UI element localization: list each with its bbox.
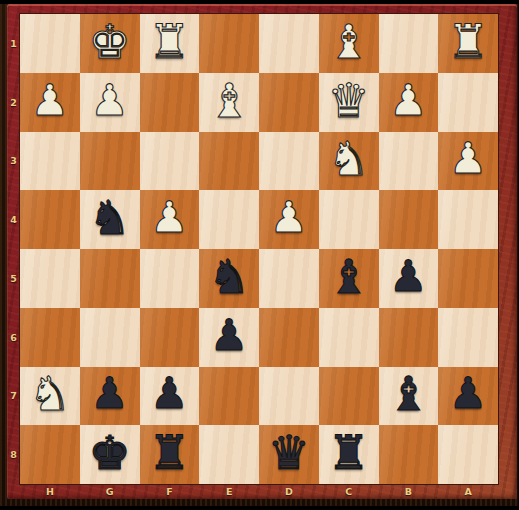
square-b1[interactable] [379, 14, 439, 73]
white-pawn-piece: ♟ [270, 196, 309, 239]
square-f5[interactable] [140, 249, 200, 308]
black-knight-piece: ♞ [208, 253, 250, 300]
rank-label-1: 1 [7, 14, 20, 73]
square-h1[interactable] [20, 14, 80, 73]
square-g6[interactable] [80, 308, 140, 367]
square-a3[interactable]: ♟ [438, 132, 498, 191]
square-h4[interactable] [20, 190, 80, 249]
white-knight-piece: ♞ [29, 370, 71, 417]
square-d2[interactable] [259, 73, 319, 132]
square-e6[interactable]: ♟ [199, 308, 259, 367]
rank-labels: 12345678 [7, 14, 20, 484]
square-e3[interactable] [199, 132, 259, 191]
square-a2[interactable] [438, 73, 498, 132]
white-pawn-piece: ♟ [90, 79, 129, 122]
square-h2[interactable]: ♟ [20, 73, 80, 132]
square-g7[interactable]: ♟ [80, 367, 140, 426]
square-g1[interactable]: ♚ [80, 14, 140, 73]
black-pawn-piece: ♟ [389, 255, 428, 298]
white-queen-piece: ♛ [328, 77, 370, 124]
square-f6[interactable] [140, 308, 200, 367]
square-a5[interactable] [438, 249, 498, 308]
black-bishop-piece: ♝ [328, 253, 370, 300]
square-b4[interactable] [379, 190, 439, 249]
black-rook-piece: ♜ [328, 429, 370, 476]
square-f1[interactable]: ♜ [140, 14, 200, 73]
square-c3[interactable]: ♞ [319, 132, 379, 191]
square-f3[interactable] [140, 132, 200, 191]
chess-board: ♚♜♝♜♟♟♝♛♟♞♟♞♟♟♞♝♟♟♞♟♟♝♟♚♜♛♜ [20, 14, 498, 484]
square-a7[interactable]: ♟ [438, 367, 498, 426]
square-c6[interactable] [319, 308, 379, 367]
white-knight-piece: ♞ [328, 135, 370, 182]
black-rook-piece: ♜ [148, 429, 190, 476]
square-a1[interactable]: ♜ [438, 14, 498, 73]
black-king-piece: ♚ [89, 429, 131, 476]
square-b2[interactable]: ♟ [379, 73, 439, 132]
square-h8[interactable] [20, 425, 80, 484]
square-e2[interactable]: ♝ [199, 73, 259, 132]
rank-label-7: 7 [7, 367, 20, 426]
black-pawn-piece: ♟ [449, 372, 488, 415]
white-king-piece: ♚ [89, 18, 131, 65]
black-pawn-piece: ♟ [150, 372, 189, 415]
square-e4[interactable] [199, 190, 259, 249]
square-a4[interactable] [438, 190, 498, 249]
square-d1[interactable] [259, 14, 319, 73]
square-b6[interactable] [379, 308, 439, 367]
square-f4[interactable]: ♟ [140, 190, 200, 249]
square-g5[interactable] [80, 249, 140, 308]
square-b5[interactable]: ♟ [379, 249, 439, 308]
file-label-e: E [199, 484, 259, 499]
black-queen-piece: ♛ [268, 429, 310, 476]
square-c4[interactable] [319, 190, 379, 249]
black-knight-piece: ♞ [89, 194, 131, 241]
square-d6[interactable] [259, 308, 319, 367]
square-d7[interactable] [259, 367, 319, 426]
file-label-h: H [20, 484, 80, 499]
square-a8[interactable] [438, 425, 498, 484]
square-d3[interactable] [259, 132, 319, 191]
square-b8[interactable] [379, 425, 439, 484]
square-h6[interactable] [20, 308, 80, 367]
black-bishop-piece: ♝ [387, 370, 429, 417]
file-label-g: G [80, 484, 140, 499]
square-c8[interactable]: ♜ [319, 425, 379, 484]
square-a6[interactable] [438, 308, 498, 367]
white-pawn-piece: ♟ [150, 196, 189, 239]
square-b7[interactable]: ♝ [379, 367, 439, 426]
rank-label-5: 5 [7, 249, 20, 308]
square-c2[interactable]: ♛ [319, 73, 379, 132]
file-labels: HGFEDCBA [20, 484, 498, 499]
white-bishop-piece: ♝ [208, 77, 250, 124]
rank-label-8: 8 [7, 425, 20, 484]
square-c1[interactable]: ♝ [319, 14, 379, 73]
rank-label-6: 6 [7, 308, 20, 367]
square-g4[interactable]: ♞ [80, 190, 140, 249]
rank-label-3: 3 [7, 132, 20, 191]
square-e7[interactable] [199, 367, 259, 426]
white-rook-piece: ♜ [447, 18, 489, 65]
square-d8[interactable]: ♛ [259, 425, 319, 484]
square-c5[interactable]: ♝ [319, 249, 379, 308]
square-f7[interactable]: ♟ [140, 367, 200, 426]
file-label-a: A [438, 484, 498, 499]
chess-app-screenshot: 12345678 HGFEDCBA ♚♜♝♜♟♟♝♛♟♞♟♞♟♟♞♝♟♟♞♟♟♝… [0, 0, 519, 510]
square-g8[interactable]: ♚ [80, 425, 140, 484]
file-label-c: C [319, 484, 379, 499]
white-rook-piece: ♜ [148, 18, 190, 65]
square-f8[interactable]: ♜ [140, 425, 200, 484]
file-label-d: D [259, 484, 319, 499]
black-pawn-piece: ♟ [90, 372, 129, 415]
square-d4[interactable]: ♟ [259, 190, 319, 249]
square-b3[interactable] [379, 132, 439, 191]
square-f2[interactable] [140, 73, 200, 132]
rank-label-4: 4 [7, 190, 20, 249]
file-label-b: B [379, 484, 439, 499]
square-h5[interactable] [20, 249, 80, 308]
square-h7[interactable]: ♞ [20, 367, 80, 426]
file-label-f: F [140, 484, 200, 499]
square-e1[interactable] [199, 14, 259, 73]
white-bishop-piece: ♝ [328, 18, 370, 65]
square-e8[interactable] [199, 425, 259, 484]
square-c7[interactable] [319, 367, 379, 426]
square-e5[interactable]: ♞ [199, 249, 259, 308]
square-d5[interactable] [259, 249, 319, 308]
square-g2[interactable]: ♟ [80, 73, 140, 132]
white-pawn-piece: ♟ [389, 79, 428, 122]
square-g3[interactable] [80, 132, 140, 191]
white-pawn-piece: ♟ [449, 137, 488, 180]
rank-label-2: 2 [7, 73, 20, 132]
white-pawn-piece: ♟ [31, 79, 70, 122]
square-h3[interactable] [20, 132, 80, 191]
black-pawn-piece: ♟ [210, 314, 249, 357]
